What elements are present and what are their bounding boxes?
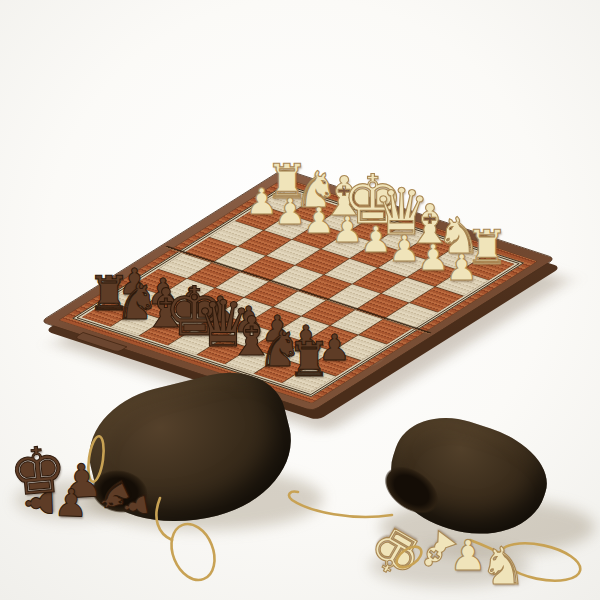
spilled-dark-pawn-2: ♟ xyxy=(53,483,88,522)
chess-set-photo: ♜♞♝♚♛♝♞♜♟♟♟♟♟♟♟♟♟♟♟♟♟♟♟♟♜♞♝♚♛♝♞♜ ♚♟♟♟♞♟♚… xyxy=(0,0,600,600)
board-slab xyxy=(40,169,557,412)
spilled-light-knight: ♞ xyxy=(480,540,527,592)
